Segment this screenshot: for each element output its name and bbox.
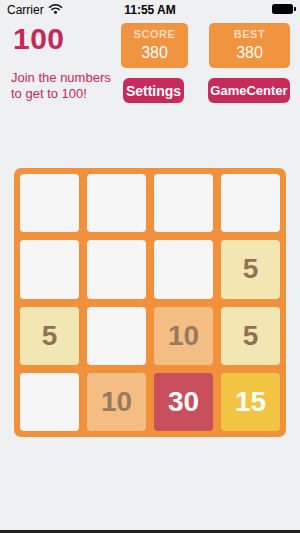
tagline-line2: to get to 100! [11, 86, 87, 101]
wifi-icon [48, 3, 63, 17]
score-box: SCORE 380 [121, 23, 188, 68]
carrier-label: Carrier [7, 3, 44, 17]
tile-5: 5 [20, 307, 79, 365]
cell-empty [154, 240, 213, 298]
score-label: SCORE [134, 28, 176, 40]
tile-15: 15 [221, 373, 280, 431]
tile-30: 30 [154, 373, 213, 431]
cell-empty [154, 174, 213, 232]
game-board[interactable]: 55105103015 [14, 168, 286, 437]
tile-5: 5 [221, 307, 280, 365]
cell-empty [87, 174, 146, 232]
best-box: BEST 380 [209, 23, 290, 68]
tile-10: 10 [87, 373, 146, 431]
status-bar: Carrier 11:55 AM [0, 0, 300, 20]
cell-empty [87, 240, 146, 298]
status-right [272, 3, 293, 17]
battery-icon [272, 4, 293, 14]
settings-button[interactable]: Settings [123, 78, 184, 103]
battery-cap [294, 7, 296, 11]
best-label: BEST [234, 28, 265, 40]
tagline: Join the numbers to get to 100! [11, 70, 111, 102]
cell-empty [20, 240, 79, 298]
cell-empty [20, 174, 79, 232]
tile-10: 10 [154, 307, 213, 365]
score-value: 380 [141, 44, 168, 62]
app-title: 100 [13, 24, 65, 54]
gamecenter-button[interactable]: GameCenter [208, 78, 290, 103]
status-left: Carrier [7, 3, 63, 17]
cell-empty [20, 373, 79, 431]
cell-empty [87, 307, 146, 365]
best-value: 380 [236, 44, 263, 62]
tile-5: 5 [221, 240, 280, 298]
cell-empty [221, 174, 280, 232]
app-screen: Carrier 11:55 AM 100 Join the numbers to… [0, 0, 300, 533]
tagline-line1: Join the numbers [11, 70, 111, 85]
